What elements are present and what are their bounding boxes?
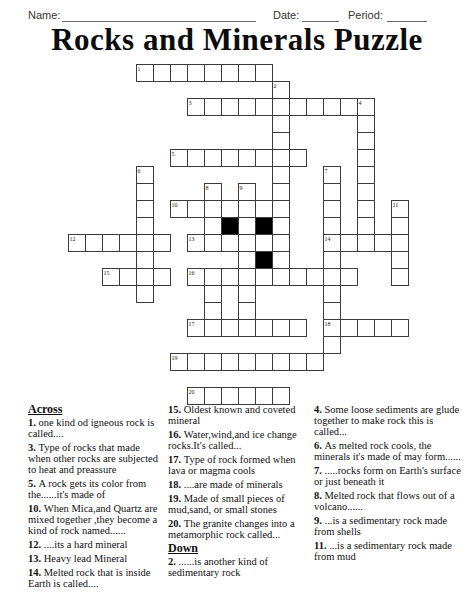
clue-num-label: 16.	[168, 429, 184, 440]
grid-cell[interactable]	[357, 234, 375, 252]
grid-cell[interactable]	[238, 302, 256, 320]
down-clue-4: 4. Some loose sediments are glude togeth…	[314, 404, 466, 437]
grid-cell[interactable]	[238, 64, 256, 82]
across-clue-14: 14. Melted rock that is inside Earth is …	[28, 567, 165, 589]
clue-num-label: 13.	[28, 553, 44, 564]
across-clue-13: 13. Heavy lead Mineral	[28, 553, 165, 564]
grid-cell[interactable]	[238, 200, 256, 218]
grid-cell[interactable]	[272, 98, 290, 116]
clue-num-label: 17.	[168, 454, 184, 465]
grid-cell[interactable]	[238, 285, 256, 303]
black-cell	[221, 217, 239, 235]
grid-cell[interactable]	[357, 115, 375, 133]
grid-cell[interactable]	[204, 200, 222, 218]
grid-cell[interactable]	[306, 268, 324, 286]
clue-text: ....are made of minerals	[184, 479, 283, 490]
clues-column-2: 15. Oldest known and coveted mineral16. …	[168, 404, 311, 581]
clue-num-label: 4.	[314, 404, 325, 415]
down-clue-2: 2. ......is another kind of sedimentary …	[168, 556, 311, 578]
grid-cell[interactable]	[357, 166, 375, 184]
grid-cell[interactable]	[153, 234, 171, 252]
clue-text: .....rocks form on Earth's surface or ju…	[314, 465, 461, 487]
grid-cell[interactable]	[272, 268, 290, 286]
clue-num-label: 18.	[168, 479, 184, 490]
grid-cell[interactable]	[272, 217, 290, 235]
grid-cell[interactable]	[221, 268, 239, 286]
across-clue-17: 17. Type of rock formed when lava or mag…	[168, 454, 311, 476]
grid-cell[interactable]	[187, 200, 205, 218]
grid-cell[interactable]	[187, 64, 205, 82]
grid-cell[interactable]	[272, 132, 290, 150]
across-clue-5: 5. A rock gets its color from the......i…	[28, 478, 165, 500]
grid-cell[interactable]	[306, 98, 324, 116]
grid-cell[interactable]	[323, 251, 341, 269]
grid-cell[interactable]	[170, 149, 188, 167]
grid-cell[interactable]	[255, 353, 273, 371]
black-cell	[255, 217, 273, 235]
grid-cell[interactable]	[391, 200, 409, 218]
grid-cell[interactable]	[272, 81, 290, 99]
clue-text: ......is another kind of sedimentary roc…	[168, 556, 268, 578]
clue-num-label: 5.	[28, 478, 39, 489]
grid-cell[interactable]	[255, 149, 273, 167]
down-clue-7: 7. .....rocks form on Earth's surface or…	[314, 465, 466, 487]
grid-cell[interactable]	[323, 285, 341, 303]
grid-cell[interactable]	[119, 268, 137, 286]
grid-cell[interactable]	[187, 149, 205, 167]
across-clue-15: 15. Oldest known and coveted mineral	[168, 404, 311, 426]
grid-cell[interactable]	[102, 234, 120, 252]
down-clue-11: 11. ...is a sedimentary rock made from m…	[314, 540, 466, 562]
grid-cell[interactable]	[136, 183, 154, 201]
grid-cell[interactable]	[272, 183, 290, 201]
grid-cell[interactable]	[238, 183, 256, 201]
grid-cell[interactable]	[374, 319, 392, 337]
clue-text: Oldest known and coveted mineral	[168, 404, 295, 426]
grid-cell[interactable]	[255, 64, 273, 82]
clue-text: Some loose sediments are glude together …	[314, 404, 459, 437]
grid-cell[interactable]	[340, 319, 358, 337]
period-label: Period:	[348, 9, 383, 21]
grid-cell[interactable]	[289, 149, 307, 167]
grid-cell[interactable]	[136, 251, 154, 269]
grid-cell[interactable]	[289, 98, 307, 116]
clue-text: ....its a hard mineral	[44, 539, 128, 550]
grid-cell[interactable]	[170, 64, 188, 82]
name-label: Name:	[28, 9, 60, 21]
grid-cell[interactable]	[170, 200, 188, 218]
across-header: Across	[28, 404, 165, 415]
date-blank-line[interactable]	[302, 9, 339, 22]
grid-cell[interactable]	[357, 183, 375, 201]
grid-cell[interactable]	[221, 200, 239, 218]
down-clue-6: 6. As melted rock cools, the minerals it…	[314, 440, 466, 462]
grid-cell[interactable]	[136, 268, 154, 286]
clue-num-label: 19.	[168, 493, 184, 504]
grid-cell[interactable]	[136, 166, 154, 184]
clue-text: When Mica,and Quartz are mixed together …	[28, 503, 157, 536]
grid-cell[interactable]	[272, 353, 290, 371]
clue-num-label: 9.	[314, 515, 325, 526]
clues-column-3: 4. Some loose sediments are glude togeth…	[314, 404, 466, 565]
across-clue-1: 1. one kind od igneous rock is called...…	[28, 417, 165, 439]
grid-cell[interactable]	[238, 268, 256, 286]
grid-cell[interactable]	[204, 64, 222, 82]
clue-text: one kind od igneous rock is called....	[28, 417, 154, 439]
grid-cell[interactable]	[187, 319, 205, 337]
grid-cell[interactable]	[255, 98, 273, 116]
grid-cell[interactable]	[238, 234, 256, 252]
grid-cell[interactable]	[272, 149, 290, 167]
grid-cell[interactable]	[255, 234, 273, 252]
grid-cell[interactable]	[221, 64, 239, 82]
down-clue-8: 8. Melted rock that flows out of a volca…	[314, 490, 466, 512]
page-title: Rocks and Minerals Puzzle	[0, 22, 474, 58]
grid-cell[interactable]	[323, 166, 341, 184]
grid-cell[interactable]	[340, 234, 358, 252]
clue-num-label: 10.	[28, 503, 44, 514]
across-clue-10: 10. When Mica,and Quartz are mixed toget…	[28, 503, 165, 536]
grid-cell[interactable]	[68, 234, 86, 252]
grid-cell[interactable]	[221, 149, 239, 167]
clue-text: Water,wind,and ice change rocks.It's cal…	[168, 429, 297, 451]
clue-text: As melted rock cools, the minerals it's …	[314, 440, 461, 462]
grid-cell[interactable]	[391, 234, 409, 252]
grid-cell[interactable]	[357, 217, 375, 235]
grid-cell[interactable]	[391, 251, 409, 269]
clue-num-label: 1.	[28, 417, 39, 428]
grid-cell[interactable]	[204, 234, 222, 252]
clue-text: The granite changes into a metamorphic r…	[168, 518, 295, 540]
grid-cell[interactable]	[238, 251, 256, 269]
grid-cell[interactable]	[289, 353, 307, 371]
clue-num-label: 11.	[314, 540, 329, 551]
worksheet-page: { "game": "crossword", "header": { "name…	[0, 0, 474, 613]
down-clue-9: 9. ...is a sedimentary rock made from sh…	[314, 515, 466, 537]
grid-cell[interactable]	[136, 200, 154, 218]
grid-cell[interactable]	[272, 200, 290, 218]
grid-cell[interactable]	[204, 98, 222, 116]
grid-cell[interactable]	[289, 319, 307, 337]
grid-cell[interactable]	[272, 115, 290, 133]
across-clue-18: 18. ....are made of minerals	[168, 479, 311, 490]
grid-cell[interactable]	[204, 319, 222, 337]
grid-cell[interactable]	[238, 149, 256, 167]
crossword-grid: 1234567891011121314151617181920	[68, 64, 410, 406]
clues-column-1: Across1. one kind od igneous rock is cal…	[28, 404, 165, 592]
grid-cell[interactable]	[323, 217, 341, 235]
clue-num-label: 12.	[28, 539, 44, 550]
grid-cell[interactable]	[255, 319, 273, 337]
grid-cell[interactable]	[221, 387, 239, 405]
grid-cell[interactable]	[391, 217, 409, 235]
grid-cell[interactable]	[187, 353, 205, 371]
grid-cell[interactable]	[204, 183, 222, 201]
grid-cell[interactable]	[221, 98, 239, 116]
clue-text: Type of rock formed when lava or magma c…	[168, 454, 296, 476]
grid-cell[interactable]	[289, 268, 307, 286]
grid-cell[interactable]	[136, 217, 154, 235]
grid-cell[interactable]	[357, 319, 375, 337]
grid-cell[interactable]	[187, 234, 205, 252]
grid-cell[interactable]	[340, 98, 358, 116]
grid-cell[interactable]	[357, 149, 375, 167]
grid-cell[interactable]	[323, 98, 341, 116]
clue-text: A rock gets its color from the......it's…	[28, 478, 146, 500]
clue-text: ...is a sedimentary rock made from shell…	[314, 515, 447, 537]
grid-cell[interactable]	[204, 268, 222, 286]
grid-cell[interactable]	[187, 268, 205, 286]
grid-cell[interactable]	[357, 132, 375, 150]
grid-cell[interactable]	[323, 183, 341, 201]
grid-cell[interactable]	[102, 268, 120, 286]
clue-text: Melted rock that flows out of a volcano.…	[314, 490, 455, 512]
grid-cell[interactable]	[357, 98, 375, 116]
grid-cell[interactable]	[272, 387, 290, 405]
across-clue-20: 20. The granite changes into a metamorph…	[168, 518, 311, 540]
grid-cell[interactable]	[374, 234, 392, 252]
across-clue-12: 12. ....its a hard mineral	[28, 539, 165, 550]
grid-cell[interactable]	[255, 268, 273, 286]
grid-cell[interactable]	[340, 268, 358, 286]
clue-num-label: 14.	[28, 567, 44, 578]
clue-num-label: 20.	[168, 518, 184, 529]
grid-cell[interactable]	[238, 387, 256, 405]
clue-num-label: 8.	[314, 490, 325, 501]
grid-cell[interactable]	[221, 234, 239, 252]
grid-cell[interactable]	[238, 319, 256, 337]
grid-cell[interactable]	[323, 336, 341, 354]
across-clue-19: 19. Made of small pieces of mud,sand, or…	[168, 493, 311, 515]
grid-cell[interactable]	[153, 268, 171, 286]
grid-cell[interactable]	[221, 353, 239, 371]
period-blank-line[interactable]	[387, 9, 427, 22]
black-cell	[255, 251, 273, 269]
across-clue-16: 16. Water,wind,and ice change rocks.It's…	[168, 429, 311, 451]
date-label: Date:	[273, 9, 299, 21]
grid-cell[interactable]	[391, 268, 409, 286]
grid-cell[interactable]	[204, 285, 222, 303]
grid-cell[interactable]	[204, 353, 222, 371]
down-header: Down	[168, 543, 311, 554]
clue-num-label: 3.	[28, 442, 39, 453]
clue-num-label: 7.	[314, 465, 325, 476]
grid-cell[interactable]	[136, 285, 154, 303]
grid-cell[interactable]	[323, 200, 341, 218]
grid-cell[interactable]	[323, 268, 341, 286]
grid-cell[interactable]	[204, 217, 222, 235]
clue-text: Heavy lead Mineral	[44, 553, 127, 564]
grid-cell[interactable]	[238, 353, 256, 371]
clue-text: ...is a sedimentary rock made from mud	[314, 540, 452, 562]
grid-cell[interactable]	[272, 234, 290, 252]
clue-num-label: 2.	[168, 556, 179, 567]
grid-cell[interactable]	[238, 98, 256, 116]
grid-cell[interactable]	[187, 387, 205, 405]
name-blank-line[interactable]	[62, 9, 256, 22]
grid-cell[interactable]	[357, 200, 375, 218]
grid-cell[interactable]	[238, 217, 256, 235]
grid-cell[interactable]	[204, 302, 222, 320]
grid-cell[interactable]	[272, 166, 290, 184]
grid-cell[interactable]	[323, 234, 341, 252]
clue-num-label: 15.	[168, 404, 184, 415]
grid-cell[interactable]	[255, 387, 273, 405]
grid-cell[interactable]	[153, 64, 171, 82]
grid-cell[interactable]	[391, 319, 409, 337]
grid-cell[interactable]	[204, 149, 222, 167]
clue-text: Melted rock that is inside Earth is call…	[28, 567, 150, 589]
clue-num-label: 6.	[314, 440, 325, 451]
grid-cell[interactable]	[204, 387, 222, 405]
grid-cell[interactable]	[323, 302, 341, 320]
grid-cell[interactable]	[187, 98, 205, 116]
grid-cell[interactable]	[272, 251, 290, 269]
grid-cell[interactable]	[136, 64, 154, 82]
clue-text: Made of small pieces of mud,sand, or sma…	[168, 493, 285, 515]
grid-cell[interactable]	[323, 319, 341, 337]
grid-cell[interactable]	[85, 234, 103, 252]
grid-cell[interactable]	[255, 200, 273, 218]
grid-cell[interactable]	[221, 319, 239, 337]
grid-cell[interactable]	[136, 234, 154, 252]
grid-cell[interactable]	[306, 353, 324, 371]
grid-cell[interactable]	[272, 319, 290, 337]
grid-cell[interactable]	[119, 234, 137, 252]
across-clue-3: 3. Type of rocks that made when other ro…	[28, 442, 165, 475]
clue-text: Type of rocks that made when other rocks…	[28, 442, 158, 475]
grid-cell[interactable]	[170, 353, 188, 371]
